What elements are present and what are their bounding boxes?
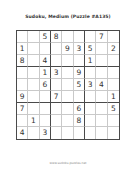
cell-r3c8[interactable] (96, 55, 107, 67)
cell-r2c3[interactable] (40, 43, 51, 55)
cell-r7c9[interactable]: 5 (108, 103, 119, 115)
cell-r9c6[interactable] (74, 127, 85, 139)
cell-r9c8[interactable] (96, 127, 107, 139)
cell-r8c7[interactable] (85, 115, 96, 127)
cell-r5c3[interactable]: 6 (40, 79, 51, 91)
cell-r2c6[interactable]: 3 (74, 43, 85, 55)
cell-r7c6[interactable]: 6 (74, 103, 85, 115)
cell-r7c2[interactable] (28, 103, 39, 115)
cell-r8c1[interactable] (17, 115, 28, 127)
cell-r8c5[interactable] (62, 115, 73, 127)
cell-r5c4[interactable] (51, 79, 62, 91)
cell-r5c9[interactable] (108, 79, 119, 91)
cell-r3c6[interactable] (74, 55, 85, 67)
cell-r7c7[interactable] (85, 103, 96, 115)
cell-r3c3[interactable]: 4 (40, 55, 51, 67)
cell-r7c3[interactable] (40, 103, 51, 115)
cell-r1c1[interactable] (17, 31, 28, 43)
cell-r9c2[interactable] (28, 127, 39, 139)
cell-r1c4[interactable]: 8 (51, 31, 62, 43)
cell-r2c1[interactable]: 1 (17, 43, 28, 55)
cell-r4c1[interactable] (17, 67, 28, 79)
cell-r1c8[interactable]: 7 (96, 31, 107, 43)
cell-r3c1[interactable]: 8 (17, 55, 28, 67)
cell-r7c8[interactable] (96, 103, 107, 115)
cell-r2c5[interactable]: 9 (62, 43, 73, 55)
cell-r3c2[interactable] (28, 55, 39, 67)
cell-r8c4[interactable] (51, 115, 62, 127)
cell-r3c5[interactable] (62, 55, 73, 67)
cell-r7c4[interactable] (51, 103, 62, 115)
cell-r6c5[interactable] (62, 91, 73, 103)
cell-r6c2[interactable] (28, 91, 39, 103)
cell-r1c9[interactable] (108, 31, 119, 43)
cell-r8c2[interactable]: 1 (28, 115, 39, 127)
cell-r6c6[interactable] (74, 91, 85, 103)
footer-url: www.sudoku-puzzles.net (0, 161, 136, 165)
sudoku-page: Sudoku, Medium (Puzzle #A135) 5871935284… (0, 0, 136, 176)
cell-r3c9[interactable] (108, 55, 119, 67)
page-title: Sudoku, Medium (Puzzle #A135) (0, 14, 136, 19)
cell-r3c7[interactable]: 1 (85, 55, 96, 67)
cell-r1c3[interactable]: 5 (40, 31, 51, 43)
cell-r9c5[interactable] (62, 127, 73, 139)
cell-r5c1[interactable] (17, 79, 28, 91)
cell-r4c9[interactable] (108, 67, 119, 79)
cell-r4c8[interactable] (96, 67, 107, 79)
cell-r9c1[interactable]: 4 (17, 127, 28, 139)
cell-r9c7[interactable] (85, 127, 96, 139)
cell-r1c7[interactable] (85, 31, 96, 43)
cell-r2c8[interactable] (96, 43, 107, 55)
cell-r6c4[interactable]: 7 (51, 91, 62, 103)
cell-r5c2[interactable] (28, 79, 39, 91)
cell-r9c9[interactable] (108, 127, 119, 139)
cell-r1c6[interactable] (74, 31, 85, 43)
cell-r4c5[interactable] (62, 67, 73, 79)
cell-r6c9[interactable]: 1 (108, 91, 119, 103)
cell-r4c2[interactable] (28, 67, 39, 79)
cell-r5c5[interactable] (62, 79, 73, 91)
cell-r8c9[interactable] (108, 115, 119, 127)
cell-r2c2[interactable] (28, 43, 39, 55)
cell-r2c4[interactable] (51, 43, 62, 55)
sudoku-grid: 5871935284113965349717651843 (16, 30, 120, 140)
cell-r6c3[interactable] (40, 91, 51, 103)
cell-r7c1[interactable]: 7 (17, 103, 28, 115)
cell-r7c5[interactable] (62, 103, 73, 115)
cell-r6c1[interactable]: 9 (17, 91, 28, 103)
cell-r8c8[interactable] (96, 115, 107, 127)
cell-r4c3[interactable]: 1 (40, 67, 51, 79)
cell-r4c6[interactable]: 9 (74, 67, 85, 79)
cell-r5c8[interactable]: 4 (96, 79, 107, 91)
cell-r5c7[interactable]: 3 (85, 79, 96, 91)
cell-r1c2[interactable] (28, 31, 39, 43)
cell-r1c5[interactable] (62, 31, 73, 43)
cell-r2c7[interactable]: 5 (85, 43, 96, 55)
cell-r4c4[interactable]: 3 (51, 67, 62, 79)
cell-r2c9[interactable]: 2 (108, 43, 119, 55)
cell-r4c7[interactable] (85, 67, 96, 79)
cell-r5c6[interactable]: 5 (74, 79, 85, 91)
cell-r8c6[interactable]: 8 (74, 115, 85, 127)
cell-r9c4[interactable] (51, 127, 62, 139)
cell-r3c4[interactable] (51, 55, 62, 67)
cell-r6c8[interactable] (96, 91, 107, 103)
cell-r9c3[interactable]: 3 (40, 127, 51, 139)
cell-r8c3[interactable] (40, 115, 51, 127)
cell-r6c7[interactable] (85, 91, 96, 103)
